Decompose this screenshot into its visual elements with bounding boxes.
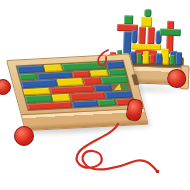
front-string-knot <box>156 170 160 174</box>
front-wagon-pull-string <box>77 124 157 171</box>
pull-strings <box>0 0 190 190</box>
toy-wagons-photo <box>0 0 190 190</box>
rear-wagon-pull-string <box>98 50 108 66</box>
